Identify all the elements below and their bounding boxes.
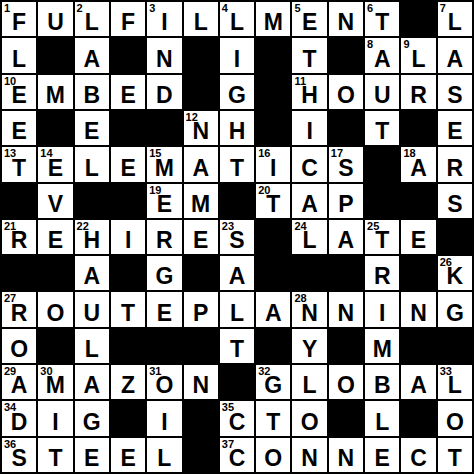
letter-cell[interactable]: M (38, 75, 72, 109)
letter-cell[interactable]: L (292, 365, 326, 399)
clue-number: 9 (403, 38, 409, 51)
clue-number: 10 (4, 75, 16, 88)
letter-cell[interactable]: 27R (2, 292, 36, 326)
letter-cell[interactable]: P (329, 184, 363, 218)
block-cell (147, 329, 181, 363)
letter-cell[interactable]: R (147, 220, 181, 254)
cell-letter: T (375, 11, 389, 36)
cell-letter: C (301, 157, 318, 182)
letter-cell[interactable]: 3I (147, 2, 181, 36)
letter-cell[interactable]: I (38, 401, 72, 435)
cell-letter: B (374, 374, 391, 399)
cell-letter: O (337, 374, 355, 399)
letter-cell[interactable]: T (292, 38, 326, 72)
cell-letter: O (155, 374, 173, 399)
cell-letter: L (303, 374, 317, 399)
block-cell (220, 184, 254, 218)
block-cell (365, 184, 399, 218)
clue-number: 3 (149, 2, 155, 15)
block-cell (438, 329, 472, 363)
block-cell (75, 184, 109, 218)
cell-letter: N (338, 447, 355, 472)
letter-cell[interactable]: U (365, 75, 399, 109)
block-cell (38, 38, 72, 72)
cell-letter: N (192, 120, 209, 145)
cell-letter: A (265, 302, 282, 327)
cell-letter: S (447, 193, 462, 218)
cell-letter: T (448, 447, 462, 472)
letter-cell[interactable]: M (184, 184, 218, 218)
cell-letter: A (301, 193, 318, 218)
letter-cell[interactable]: 20T (256, 184, 290, 218)
cell-letter: L (230, 11, 244, 36)
cell-letter: R (447, 157, 464, 182)
letter-cell[interactable]: P (184, 292, 218, 326)
cell-letter: I (125, 229, 131, 254)
letter-cell[interactable]: A (438, 38, 472, 72)
letter-cell[interactable]: 2L (75, 2, 109, 36)
cell-letter: E (157, 193, 172, 218)
cell-letter: E (120, 84, 135, 109)
cell-letter: L (375, 411, 389, 436)
cell-letter: R (410, 84, 427, 109)
letter-cell[interactable]: 15M (147, 147, 181, 181)
letter-cell[interactable]: L (184, 2, 218, 36)
cell-letter: M (46, 374, 65, 399)
block-cell (401, 401, 435, 435)
cell-letter: Z (121, 374, 135, 399)
cell-letter: T (303, 48, 317, 73)
letter-cell[interactable]: G (220, 75, 254, 109)
letter-cell[interactable]: R (401, 75, 435, 109)
cell-letter: N (301, 302, 318, 327)
clue-number: 35 (222, 401, 234, 414)
clue-number: 23 (222, 220, 234, 233)
cell-letter: I (379, 302, 385, 327)
cell-letter: O (446, 411, 464, 436)
letter-cell[interactable]: V (38, 184, 72, 218)
letter-cell[interactable]: 26K (438, 256, 472, 290)
letter-cell[interactable]: 5E (292, 2, 326, 36)
cell-letter: G (446, 302, 464, 327)
letter-cell[interactable]: 10E (2, 75, 36, 109)
cell-letter: H (229, 120, 246, 145)
clue-number: 4 (222, 2, 228, 15)
letter-cell[interactable]: I (220, 38, 254, 72)
letter-cell[interactable]: L (147, 438, 181, 472)
letter-cell[interactable]: E (2, 111, 36, 145)
letter-cell[interactable]: 6T (365, 2, 399, 36)
clue-number: 11 (294, 75, 306, 88)
clue-number: 29 (4, 365, 16, 378)
cell-letter: N (301, 447, 318, 472)
block-cell (401, 2, 435, 36)
cell-letter: C (229, 447, 246, 472)
letter-cell[interactable]: N (184, 365, 218, 399)
block-cell (256, 329, 290, 363)
clue-number: 31 (149, 365, 161, 378)
cell-letter: F (121, 11, 135, 36)
cell-letter: E (48, 229, 63, 254)
cell-letter: P (338, 193, 353, 218)
cell-letter: R (156, 229, 173, 254)
clue-number: 15 (149, 147, 161, 160)
letter-cell[interactable]: S (438, 184, 472, 218)
block-cell (256, 256, 290, 290)
letter-cell[interactable]: 11H (292, 75, 326, 109)
clue-number: 27 (4, 292, 16, 305)
letter-cell[interactable]: O (38, 292, 72, 326)
cell-letter: E (157, 302, 172, 327)
letter-cell[interactable]: 18A (401, 147, 435, 181)
block-cell (401, 256, 435, 290)
letter-cell[interactable]: B (365, 365, 399, 399)
letter-cell[interactable]: T (438, 438, 472, 472)
cell-letter: A (410, 374, 427, 399)
letter-cell[interactable]: A (184, 147, 218, 181)
cell-letter: G (228, 84, 246, 109)
block-cell (184, 38, 218, 72)
letter-cell[interactable]: 28N (292, 292, 326, 326)
letter-cell[interactable]: 29A (2, 365, 36, 399)
letter-cell[interactable]: T (256, 401, 290, 435)
block-cell (256, 220, 290, 254)
cell-letter: Y (302, 338, 317, 363)
letter-cell[interactable]: T (365, 111, 399, 145)
letter-cell[interactable]: 17S (329, 147, 363, 181)
letter-cell[interactable]: 21R (2, 220, 36, 254)
letter-cell[interactable]: N (329, 2, 363, 36)
letter-cell[interactable]: I (365, 292, 399, 326)
block-cell (256, 38, 290, 72)
cell-letter: A (229, 265, 246, 290)
letter-cell[interactable]: R (365, 256, 399, 290)
block-cell (365, 147, 399, 181)
letter-cell[interactable]: L (365, 401, 399, 435)
clue-number: 33 (440, 365, 452, 378)
clue-number: 2 (77, 2, 83, 15)
cell-letter: E (375, 447, 390, 472)
letter-cell[interactable]: I (111, 220, 145, 254)
letter-cell[interactable]: 13T (2, 147, 36, 181)
cell-letter: S (338, 157, 353, 182)
block-cell (38, 111, 72, 145)
letter-cell[interactable]: E (401, 220, 435, 254)
letter-cell[interactable]: 1F (2, 2, 36, 36)
clue-number: 8 (367, 38, 373, 51)
cell-letter: U (83, 302, 100, 327)
cell-letter: L (448, 11, 462, 36)
block-cell (401, 329, 435, 363)
block-cell (329, 329, 363, 363)
letter-cell[interactable]: N (401, 292, 435, 326)
block-cell (329, 111, 363, 145)
cell-letter: R (11, 302, 28, 327)
clue-number: 20 (258, 184, 270, 197)
letter-cell[interactable]: L (75, 147, 109, 181)
letter-cell[interactable]: G (75, 401, 109, 435)
cell-letter: F (12, 11, 26, 36)
cell-letter: A (83, 265, 100, 290)
letter-cell[interactable]: T (220, 329, 254, 363)
letter-cell[interactable]: N (329, 438, 363, 472)
clue-number: 22 (77, 220, 89, 233)
clue-number: 5 (294, 2, 300, 15)
letter-cell[interactable]: D (147, 75, 181, 109)
clue-number: 1 (4, 2, 10, 15)
letter-cell[interactable]: A (220, 256, 254, 290)
block-cell (329, 256, 363, 290)
letter-cell[interactable]: B (75, 75, 109, 109)
cell-letter: E (411, 229, 426, 254)
letter-cell[interactable]: T (220, 147, 254, 181)
block-cell (111, 401, 145, 435)
cell-letter: G (264, 374, 282, 399)
cell-letter: L (85, 157, 99, 182)
letter-cell[interactable]: 33L (438, 365, 472, 399)
cell-letter: I (52, 411, 58, 436)
cell-letter: I (161, 411, 167, 436)
letter-cell[interactable]: E (111, 438, 145, 472)
letter-cell[interactable]: L (75, 329, 109, 363)
cell-letter: L (448, 374, 462, 399)
letter-cell[interactable]: Z (111, 365, 145, 399)
letter-cell[interactable]: O (2, 329, 36, 363)
letter-cell[interactable]: S (438, 75, 472, 109)
letter-cell[interactable]: I (292, 111, 326, 145)
clue-number: 6 (367, 2, 373, 15)
block-cell (220, 365, 254, 399)
cell-letter: R (374, 265, 391, 290)
cell-letter: L (412, 48, 426, 73)
letter-cell[interactable]: I (147, 401, 181, 435)
clue-number: 7 (440, 2, 446, 15)
letter-cell[interactable]: E (147, 292, 181, 326)
letter-cell[interactable]: E (111, 75, 145, 109)
cell-letter: O (47, 302, 65, 327)
block-cell (256, 75, 290, 109)
cell-letter: T (230, 338, 244, 363)
letter-cell[interactable]: 12N (184, 111, 218, 145)
clue-number: 26 (440, 256, 452, 269)
letter-cell[interactable]: N (292, 438, 326, 472)
cell-letter: N (410, 302, 427, 327)
letter-cell[interactable]: O (256, 438, 290, 472)
cell-letter: I (234, 48, 240, 73)
block-cell (111, 111, 145, 145)
cell-letter: D (11, 411, 28, 436)
letter-cell[interactable]: O (329, 75, 363, 109)
cell-letter: L (157, 447, 171, 472)
block-cell (111, 256, 145, 290)
cell-letter: U (374, 84, 391, 109)
letter-cell[interactable]: N (147, 38, 181, 72)
letter-cell[interactable]: 25T (365, 220, 399, 254)
cell-letter: E (447, 120, 462, 145)
letter-cell[interactable]: 35C (220, 401, 254, 435)
cell-letter: L (194, 11, 208, 36)
cell-letter: T (230, 157, 244, 182)
letter-cell[interactable]: 36S (2, 438, 36, 472)
cell-letter: M (264, 11, 283, 36)
letter-cell[interactable]: 32G (256, 365, 290, 399)
clue-number: 30 (40, 365, 52, 378)
block-cell (2, 256, 36, 290)
cell-letter: L (303, 229, 317, 254)
letter-cell[interactable]: A (75, 38, 109, 72)
letter-cell[interactable]: A (292, 184, 326, 218)
letter-cell[interactable]: L (220, 292, 254, 326)
cell-letter: E (48, 157, 63, 182)
cell-letter: O (10, 338, 28, 363)
block-cell (256, 111, 290, 145)
clue-number: 34 (4, 401, 16, 414)
letter-cell[interactable]: O (329, 365, 363, 399)
letter-cell[interactable]: 9L (401, 38, 435, 72)
cell-letter: A (11, 374, 28, 399)
cell-letter: E (11, 84, 26, 109)
cell-letter: E (84, 120, 99, 145)
cell-letter: E (302, 11, 317, 36)
letter-cell[interactable]: A (329, 220, 363, 254)
letter-cell[interactable]: Y (292, 329, 326, 363)
clue-number: 19 (149, 184, 161, 197)
block-cell (38, 329, 72, 363)
cell-letter: K (447, 265, 464, 290)
block-cell (184, 256, 218, 290)
cell-letter: O (337, 84, 355, 109)
letter-cell[interactable]: A (401, 365, 435, 399)
cell-letter: E (11, 120, 26, 145)
clue-number: 14 (40, 147, 52, 160)
cell-letter: S (229, 229, 244, 254)
letter-cell[interactable]: C (401, 438, 435, 472)
clue-number: 25 (367, 220, 379, 233)
block-cell (111, 38, 145, 72)
letter-cell[interactable]: U (75, 292, 109, 326)
letter-cell[interactable]: A (256, 292, 290, 326)
letter-cell[interactable]: 30M (38, 365, 72, 399)
letter-cell[interactable]: 23S (220, 220, 254, 254)
cell-letter: R (11, 229, 28, 254)
cell-letter: N (192, 374, 209, 399)
cell-letter: A (192, 157, 209, 182)
cell-letter: S (11, 447, 26, 472)
cell-letter: A (338, 229, 355, 254)
cell-letter: T (48, 447, 62, 472)
cell-letter: N (156, 48, 173, 73)
clue-number: 16 (258, 147, 270, 160)
block-cell (111, 184, 145, 218)
cell-letter: E (120, 157, 135, 182)
letter-cell[interactable]: 34D (2, 401, 36, 435)
cell-letter: A (83, 48, 100, 73)
block-cell (329, 38, 363, 72)
cell-letter: C (229, 411, 246, 436)
letter-cell[interactable]: 8A (365, 38, 399, 72)
letter-cell[interactable]: H (220, 111, 254, 145)
cell-letter: U (47, 11, 64, 36)
clue-number: 32 (258, 365, 270, 378)
letter-cell[interactable]: E (75, 111, 109, 145)
clue-number: 21 (4, 220, 16, 233)
cell-letter: S (447, 84, 462, 109)
block-cell (38, 256, 72, 290)
letter-cell[interactable]: E (111, 147, 145, 181)
letter-cell[interactable]: 22H (75, 220, 109, 254)
letter-cell[interactable]: A (75, 365, 109, 399)
letter-cell[interactable]: E (75, 438, 109, 472)
letter-cell[interactable]: G (147, 256, 181, 290)
block-cell (401, 184, 435, 218)
letter-cell[interactable]: 7L (438, 2, 472, 36)
cell-letter: E (84, 447, 99, 472)
letter-cell[interactable]: G (438, 292, 472, 326)
letter-cell[interactable]: M (365, 329, 399, 363)
letter-cell[interactable]: N (329, 292, 363, 326)
letter-cell[interactable]: A (75, 256, 109, 290)
letter-cell[interactable]: 31O (147, 365, 181, 399)
letter-cell[interactable]: 19E (147, 184, 181, 218)
clue-number: 12 (186, 111, 198, 124)
cell-letter: A (374, 48, 391, 73)
block-cell (184, 438, 218, 472)
cell-letter: D (156, 84, 173, 109)
cell-letter: A (447, 48, 464, 73)
cell-letter: G (155, 265, 173, 290)
cell-letter: T (121, 302, 135, 327)
letter-cell[interactable]: O (438, 401, 472, 435)
letter-cell[interactable]: 16I (256, 147, 290, 181)
cell-letter: N (338, 11, 355, 36)
letter-cell[interactable]: 4L (220, 2, 254, 36)
letter-cell[interactable]: E (438, 111, 472, 145)
cell-letter: N (338, 302, 355, 327)
cell-letter: T (266, 193, 280, 218)
letter-cell[interactable]: 14E (38, 147, 72, 181)
cell-letter: C (410, 447, 427, 472)
letter-cell[interactable]: O (292, 401, 326, 435)
cell-letter: I (161, 11, 167, 36)
letter-cell[interactable]: M (256, 2, 290, 36)
block-cell (329, 401, 363, 435)
cell-letter: P (193, 302, 208, 327)
letter-cell[interactable]: T (38, 438, 72, 472)
cell-letter: H (83, 229, 100, 254)
clue-number: 28 (294, 292, 306, 305)
cell-letter: I (306, 120, 312, 145)
letter-cell[interactable]: R (438, 147, 472, 181)
cell-letter: L (12, 48, 26, 73)
letter-cell[interactable]: 37C (220, 438, 254, 472)
cell-letter: L (230, 302, 244, 327)
letter-cell[interactable]: U (38, 2, 72, 36)
cell-letter: A (83, 374, 100, 399)
block-cell (184, 75, 218, 109)
letter-cell[interactable]: L (2, 38, 36, 72)
letter-cell[interactable]: E (184, 220, 218, 254)
letter-cell[interactable]: E (38, 220, 72, 254)
letter-cell[interactable]: F (111, 2, 145, 36)
cell-letter: T (266, 411, 280, 436)
letter-cell[interactable]: E (365, 438, 399, 472)
clue-number: 17 (331, 147, 343, 160)
cell-letter: V (48, 193, 63, 218)
letter-cell[interactable]: 24L (292, 220, 326, 254)
block-cell (292, 256, 326, 290)
letter-cell[interactable]: C (292, 147, 326, 181)
letter-cell[interactable]: T (111, 292, 145, 326)
